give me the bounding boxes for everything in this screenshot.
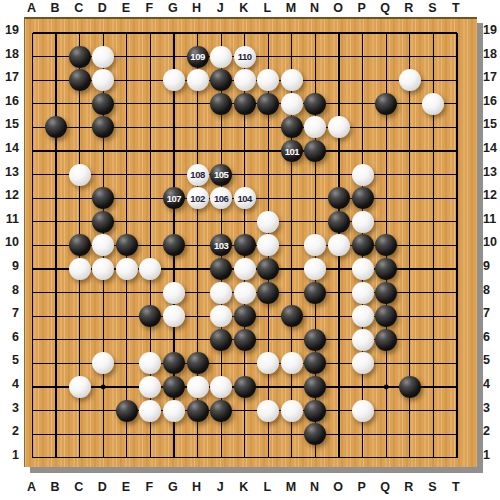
star-point-D4 (101, 385, 106, 390)
stone-white-M3[interactable] (281, 400, 303, 422)
column-label-top-A: A (21, 1, 43, 15)
stone-black-K16[interactable] (234, 93, 256, 115)
move-number-label: 110 (238, 51, 252, 62)
move-number-label: 107 (167, 193, 181, 204)
row-label-right-2: 2 (483, 424, 500, 439)
column-label-bottom-T: T (445, 480, 467, 494)
stone-black-H18[interactable]: 109 (187, 46, 209, 68)
row-label-left-14: 14 (0, 141, 19, 156)
column-label-top-H: H (186, 1, 208, 15)
stone-white-H13[interactable]: 108 (187, 164, 209, 186)
row-label-right-9: 9 (483, 259, 500, 274)
stone-black-Q8[interactable] (375, 282, 397, 304)
column-label-bottom-E: E (115, 480, 137, 494)
go-board-page: ABCDEFGHJKLMNOPQRST ABCDEFGHJKLMNOPQRST … (0, 0, 500, 500)
stone-white-P9[interactable] (352, 258, 374, 280)
move-number-label: 105 (214, 169, 228, 180)
stone-black-N3[interactable] (304, 400, 326, 422)
row-label-left-17: 17 (0, 70, 19, 85)
move-number-label: 109 (190, 51, 204, 62)
column-label-bottom-G: G (162, 480, 184, 494)
row-label-left-6: 6 (0, 330, 19, 345)
stone-white-C9[interactable] (69, 258, 91, 280)
stone-white-M16[interactable] (281, 93, 303, 115)
stone-black-L16[interactable] (257, 93, 279, 115)
stone-white-F3[interactable] (139, 400, 161, 422)
stone-white-J8[interactable] (210, 282, 232, 304)
row-label-left-7: 7 (0, 306, 19, 321)
stone-white-P8[interactable] (352, 282, 374, 304)
stone-white-K18[interactable]: 110 (234, 46, 256, 68)
go-board[interactable]: 109110101108105107102106104103 (24, 17, 477, 467)
row-label-right-19: 19 (483, 23, 500, 38)
stone-black-H5[interactable] (187, 352, 209, 374)
stone-white-C13[interactable] (69, 164, 91, 186)
column-label-top-B: B (44, 1, 66, 15)
column-label-bottom-M: M (280, 480, 302, 494)
stone-black-J3[interactable] (210, 400, 232, 422)
row-label-right-6: 6 (483, 330, 500, 345)
stone-white-D18[interactable] (92, 46, 114, 68)
column-label-top-S: S (421, 1, 443, 15)
row-label-left-12: 12 (0, 188, 19, 203)
stone-black-L8[interactable] (257, 282, 279, 304)
column-label-bottom-Q: Q (374, 480, 396, 494)
stone-black-K4[interactable] (234, 376, 256, 398)
stone-white-K9[interactable] (234, 258, 256, 280)
move-number-label: 101 (285, 146, 299, 157)
stone-black-E3[interactable] (116, 400, 138, 422)
stone-white-K8[interactable] (234, 282, 256, 304)
stone-white-E9[interactable] (116, 258, 138, 280)
row-label-right-10: 10 (483, 235, 500, 250)
row-label-left-15: 15 (0, 117, 19, 132)
column-label-bottom-J: J (209, 480, 231, 494)
stone-white-G8[interactable] (163, 282, 185, 304)
stone-black-K7[interactable] (234, 305, 256, 327)
column-label-top-N: N (303, 1, 325, 15)
stone-white-J18[interactable] (210, 46, 232, 68)
stone-black-K10[interactable] (234, 234, 256, 256)
stone-white-G17[interactable] (163, 69, 185, 91)
row-label-right-4: 4 (483, 377, 500, 392)
move-number-label: 106 (214, 193, 228, 204)
move-number-label: 103 (214, 240, 228, 251)
column-label-top-J: J (209, 1, 231, 15)
stone-white-P3[interactable] (352, 400, 374, 422)
stone-white-P7[interactable] (352, 305, 374, 327)
column-label-bottom-H: H (186, 480, 208, 494)
stone-black-G12[interactable]: 107 (163, 187, 185, 209)
row-label-left-9: 9 (0, 259, 19, 274)
stone-white-P11[interactable] (352, 211, 374, 233)
stone-white-H12[interactable]: 102 (187, 187, 209, 209)
column-label-top-K: K (233, 1, 255, 15)
row-label-right-14: 14 (483, 141, 500, 156)
move-number-label: 104 (238, 193, 252, 204)
stone-white-S16[interactable] (422, 93, 444, 115)
row-label-right-5: 5 (483, 353, 500, 368)
stone-white-L11[interactable] (257, 211, 279, 233)
stone-black-H3[interactable] (187, 400, 209, 422)
row-label-right-8: 8 (483, 283, 500, 298)
stone-black-Q6[interactable] (375, 329, 397, 351)
column-label-top-Q: Q (374, 1, 396, 15)
stone-black-P12[interactable] (352, 187, 374, 209)
stone-black-K6[interactable] (234, 329, 256, 351)
column-label-bottom-N: N (303, 480, 325, 494)
row-label-right-13: 13 (483, 165, 500, 180)
stone-white-G7[interactable] (163, 305, 185, 327)
row-label-left-1: 1 (0, 448, 19, 463)
row-label-right-11: 11 (483, 212, 500, 227)
stone-black-N8[interactable] (304, 282, 326, 304)
column-label-bottom-K: K (233, 480, 255, 494)
stone-black-D16[interactable] (92, 93, 114, 115)
row-label-left-3: 3 (0, 401, 19, 416)
column-label-top-T: T (445, 1, 467, 15)
column-label-bottom-L: L (256, 480, 278, 494)
column-label-bottom-S: S (421, 480, 443, 494)
column-label-top-M: M (280, 1, 302, 15)
stone-black-P10[interactable] (352, 234, 374, 256)
column-label-top-R: R (398, 1, 420, 15)
move-number-label: 102 (190, 193, 204, 204)
stone-black-C10[interactable] (69, 234, 91, 256)
row-label-right-7: 7 (483, 306, 500, 321)
stone-white-H17[interactable] (187, 69, 209, 91)
stone-black-Q16[interactable] (375, 93, 397, 115)
move-number-label: 108 (190, 169, 204, 180)
row-label-left-11: 11 (0, 212, 19, 227)
column-label-top-E: E (115, 1, 137, 15)
row-label-right-1: 1 (483, 448, 500, 463)
stone-white-J4[interactable] (210, 376, 232, 398)
stone-black-J6[interactable] (210, 329, 232, 351)
stone-white-P13[interactable] (352, 164, 374, 186)
row-label-left-18: 18 (0, 47, 19, 62)
column-label-top-O: O (327, 1, 349, 15)
column-label-bottom-O: O (327, 480, 349, 494)
stone-white-K17[interactable] (234, 69, 256, 91)
column-label-top-G: G (162, 1, 184, 15)
stone-black-G4[interactable] (163, 376, 185, 398)
row-label-left-16: 16 (0, 94, 19, 109)
column-label-bottom-F: F (138, 480, 160, 494)
column-label-bottom-P: P (351, 480, 373, 494)
row-label-left-5: 5 (0, 353, 19, 368)
stone-black-M14[interactable]: 101 (281, 140, 303, 162)
column-label-top-F: F (138, 1, 160, 15)
row-label-right-16: 16 (483, 94, 500, 109)
row-label-left-2: 2 (0, 424, 19, 439)
stone-white-C4[interactable] (69, 376, 91, 398)
column-label-bottom-B: B (44, 480, 66, 494)
stone-white-P5[interactable] (352, 352, 374, 374)
column-label-top-D: D (91, 1, 113, 15)
stone-black-O11[interactable] (328, 211, 350, 233)
row-label-right-17: 17 (483, 70, 500, 85)
column-label-bottom-C: C (68, 480, 90, 494)
stone-white-R17[interactable] (399, 69, 421, 91)
row-label-right-12: 12 (483, 188, 500, 203)
stone-white-K12[interactable]: 104 (234, 187, 256, 209)
stone-white-P6[interactable] (352, 329, 374, 351)
column-label-bottom-D: D (91, 480, 113, 494)
row-label-right-15: 15 (483, 117, 500, 132)
stone-white-M17[interactable] (281, 69, 303, 91)
stone-white-G3[interactable] (163, 400, 185, 422)
column-label-top-P: P (351, 1, 373, 15)
column-label-top-C: C (68, 1, 90, 15)
stone-white-H4[interactable] (187, 376, 209, 398)
row-label-right-3: 3 (483, 401, 500, 416)
stone-black-R4[interactable] (399, 376, 421, 398)
stone-black-J9[interactable] (210, 258, 232, 280)
stone-black-J13[interactable]: 105 (210, 164, 232, 186)
stone-black-J16[interactable] (210, 93, 232, 115)
column-label-top-L: L (256, 1, 278, 15)
stone-black-M7[interactable] (281, 305, 303, 327)
column-label-bottom-A: A (21, 480, 43, 494)
row-label-left-4: 4 (0, 377, 19, 392)
star-point-Q4 (384, 385, 389, 390)
stone-white-L3[interactable] (257, 400, 279, 422)
column-label-bottom-R: R (398, 480, 420, 494)
row-label-left-8: 8 (0, 283, 19, 298)
row-label-left-19: 19 (0, 23, 19, 38)
row-label-left-10: 10 (0, 235, 19, 250)
row-label-left-13: 13 (0, 165, 19, 180)
stone-black-C17[interactable] (69, 69, 91, 91)
stone-black-D11[interactable] (92, 211, 114, 233)
stone-black-C18[interactable] (69, 46, 91, 68)
row-label-right-18: 18 (483, 47, 500, 62)
